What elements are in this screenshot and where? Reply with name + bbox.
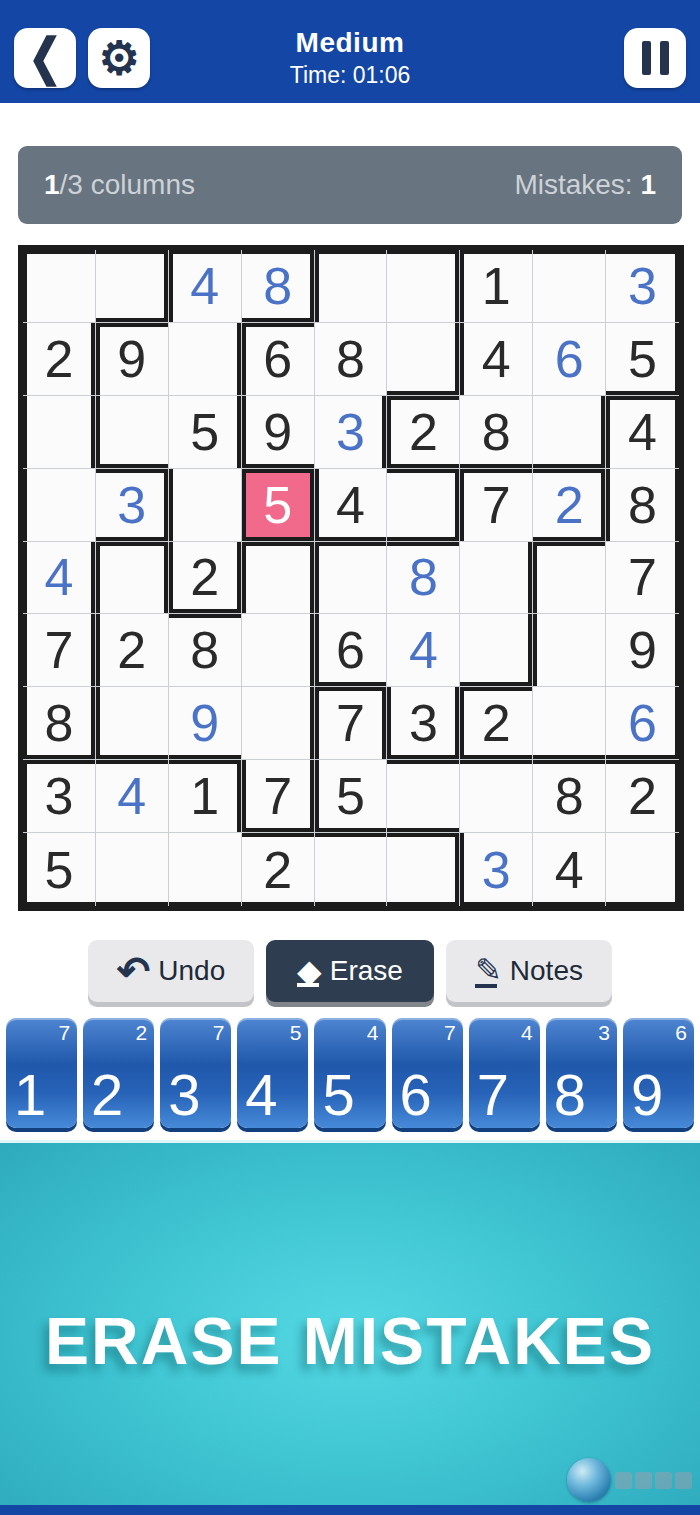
undo-button[interactable]: ↶ Undo bbox=[88, 940, 254, 1002]
cell-r9c2[interactable] bbox=[96, 833, 169, 906]
cell-r9c4[interactable]: 2 bbox=[242, 833, 315, 906]
cell-r9c3[interactable] bbox=[169, 833, 242, 906]
cell-r5c9[interactable]: 7 bbox=[606, 542, 679, 615]
cell-r4c1[interactable] bbox=[23, 469, 96, 542]
cell-r8c3[interactable]: 1 bbox=[169, 760, 242, 833]
cell-r7c5[interactable]: 7 bbox=[315, 687, 388, 760]
cell-r5c4[interactable] bbox=[242, 542, 315, 615]
globe-icon bbox=[567, 1458, 611, 1502]
numpad-key-8[interactable]: 83 bbox=[546, 1018, 617, 1128]
cell-r1c4[interactable]: 8 bbox=[242, 250, 315, 323]
cell-r6c5[interactable]: 6 bbox=[315, 614, 388, 687]
cell-r5c2[interactable] bbox=[96, 542, 169, 615]
timer-label: Time: 01:06 bbox=[0, 62, 700, 89]
undo-label: Undo bbox=[158, 955, 225, 987]
cell-r7c2[interactable] bbox=[96, 687, 169, 760]
cell-r1c1[interactable] bbox=[23, 250, 96, 323]
numpad-key-4[interactable]: 45 bbox=[237, 1018, 308, 1128]
bottom-strip bbox=[0, 1505, 700, 1515]
cell-r8c8[interactable]: 8 bbox=[533, 760, 606, 833]
cell-r4c5[interactable]: 4 bbox=[315, 469, 388, 542]
key-remaining-count: 7 bbox=[444, 1021, 456, 1045]
cell-r3c7[interactable]: 8 bbox=[460, 396, 533, 469]
cell-r6c2[interactable]: 2 bbox=[96, 614, 169, 687]
cell-r8c6[interactable] bbox=[387, 760, 460, 833]
key-digit: 5 bbox=[322, 1061, 354, 1128]
cell-r9c9[interactable] bbox=[606, 833, 679, 906]
cell-r8c2[interactable]: 4 bbox=[96, 760, 169, 833]
cell-r6c4[interactable] bbox=[242, 614, 315, 687]
cell-r6c1[interactable]: 7 bbox=[23, 614, 96, 687]
cell-r6c3[interactable]: 8 bbox=[169, 614, 242, 687]
notes-label: Notes bbox=[510, 955, 583, 987]
cell-r4c8[interactable]: 2 bbox=[533, 469, 606, 542]
cell-r9c7[interactable]: 3 bbox=[460, 833, 533, 906]
cell-r5c7[interactable] bbox=[460, 542, 533, 615]
numpad-key-3[interactable]: 37 bbox=[160, 1018, 231, 1128]
cell-r7c3[interactable]: 9 bbox=[169, 687, 242, 760]
difficulty-title: Medium bbox=[0, 27, 700, 59]
key-digit: 2 bbox=[91, 1061, 123, 1128]
cell-r5c1[interactable]: 4 bbox=[23, 542, 96, 615]
numpad-key-7[interactable]: 74 bbox=[469, 1018, 540, 1128]
cell-r4c9[interactable]: 8 bbox=[606, 469, 679, 542]
key-digit: 1 bbox=[14, 1061, 46, 1128]
cell-r2c4[interactable]: 6 bbox=[242, 323, 315, 396]
cell-r2c3[interactable] bbox=[169, 323, 242, 396]
cell-r9c1[interactable]: 5 bbox=[23, 833, 96, 906]
cell-r2c6[interactable] bbox=[387, 323, 460, 396]
cell-r2c1[interactable]: 2 bbox=[23, 323, 96, 396]
numpad-key-2[interactable]: 22 bbox=[83, 1018, 154, 1128]
cell-r7c1[interactable]: 8 bbox=[23, 687, 96, 760]
cell-r7c8[interactable] bbox=[533, 687, 606, 760]
watermark bbox=[567, 1458, 692, 1502]
key-remaining-count: 4 bbox=[367, 1021, 379, 1045]
cell-r4c6[interactable] bbox=[387, 469, 460, 542]
key-remaining-count: 5 bbox=[290, 1021, 302, 1045]
cell-r8c1[interactable]: 3 bbox=[23, 760, 96, 833]
erase-button[interactable]: ◆ Erase bbox=[266, 940, 434, 1002]
key-digit: 8 bbox=[554, 1061, 586, 1128]
key-digit: 4 bbox=[245, 1061, 277, 1128]
cell-r7c9[interactable]: 6 bbox=[606, 687, 679, 760]
erase-label: Erase bbox=[330, 955, 403, 987]
key-digit: 7 bbox=[477, 1061, 509, 1128]
status-bar: 1/3 columns Mistakes: 1 bbox=[18, 146, 682, 224]
notes-button[interactable]: ✎ Notes bbox=[446, 940, 612, 1002]
cell-r2c2[interactable]: 9 bbox=[96, 323, 169, 396]
cell-r3c9[interactable]: 4 bbox=[606, 396, 679, 469]
cell-r3c1[interactable] bbox=[23, 396, 96, 469]
cell-r3c5[interactable]: 3 bbox=[315, 396, 388, 469]
pause-icon bbox=[642, 41, 669, 75]
ad-banner[interactable]: ERASE MISTAKES bbox=[0, 1140, 700, 1508]
cell-r3c3[interactable]: 5 bbox=[169, 396, 242, 469]
cell-r4c3[interactable] bbox=[169, 469, 242, 542]
cell-r2c9[interactable]: 5 bbox=[606, 323, 679, 396]
cell-r4c4[interactable]: 5 bbox=[242, 469, 315, 542]
key-digit: 6 bbox=[400, 1061, 432, 1128]
key-digit: 3 bbox=[168, 1061, 200, 1128]
cell-r9c5[interactable] bbox=[315, 833, 388, 906]
numpad-key-9[interactable]: 96 bbox=[623, 1018, 694, 1128]
cell-r1c5[interactable] bbox=[315, 250, 388, 323]
cell-r6c9[interactable]: 9 bbox=[606, 614, 679, 687]
numpad-key-6[interactable]: 67 bbox=[392, 1018, 463, 1128]
cell-r7c4[interactable] bbox=[242, 687, 315, 760]
eraser-icon: ◆ bbox=[297, 955, 322, 987]
cell-r8c9[interactable]: 2 bbox=[606, 760, 679, 833]
number-pad: 172237455467748396 bbox=[6, 1018, 694, 1128]
cell-r3c4[interactable]: 9 bbox=[242, 396, 315, 469]
cell-r3c2[interactable] bbox=[96, 396, 169, 469]
cell-r2c8[interactable]: 6 bbox=[533, 323, 606, 396]
pause-button[interactable] bbox=[624, 28, 686, 88]
cell-r2c7[interactable]: 4 bbox=[460, 323, 533, 396]
cell-r5c5[interactable] bbox=[315, 542, 388, 615]
cell-r2c5[interactable]: 8 bbox=[315, 323, 388, 396]
cell-r9c8[interactable]: 4 bbox=[533, 833, 606, 906]
key-remaining-count: 2 bbox=[136, 1021, 148, 1045]
cell-r8c4[interactable]: 7 bbox=[242, 760, 315, 833]
key-remaining-count: 7 bbox=[58, 1021, 70, 1045]
cell-r1c8[interactable] bbox=[533, 250, 606, 323]
progress-label: 1/3 columns bbox=[44, 169, 195, 201]
numpad-key-1[interactable]: 17 bbox=[6, 1018, 77, 1128]
key-remaining-count: 7 bbox=[213, 1021, 225, 1045]
key-remaining-count: 3 bbox=[598, 1021, 610, 1045]
cell-r4c2[interactable]: 3 bbox=[96, 469, 169, 542]
cell-r1c2[interactable] bbox=[96, 250, 169, 323]
cell-r5c3[interactable]: 2 bbox=[169, 542, 242, 615]
cell-r5c6[interactable]: 8 bbox=[387, 542, 460, 615]
key-remaining-count: 4 bbox=[521, 1021, 533, 1045]
cell-r6c6[interactable]: 4 bbox=[387, 614, 460, 687]
cell-r6c8[interactable] bbox=[533, 614, 606, 687]
mistakes-label: Mistakes: 1 bbox=[514, 169, 656, 201]
header-bar: ❮ ⚙ Medium Time: 01:06 bbox=[0, 0, 700, 103]
cell-r8c7[interactable] bbox=[460, 760, 533, 833]
cell-r4c7[interactable]: 7 bbox=[460, 469, 533, 542]
cell-r3c6[interactable]: 2 bbox=[387, 396, 460, 469]
undo-icon: ↶ bbox=[117, 951, 151, 991]
cell-r1c3[interactable]: 4 bbox=[169, 250, 242, 323]
cell-r8c5[interactable]: 5 bbox=[315, 760, 388, 833]
cell-r9c6[interactable] bbox=[387, 833, 460, 906]
cell-r3c8[interactable] bbox=[533, 396, 606, 469]
cell-r1c6[interactable] bbox=[387, 250, 460, 323]
pencil-icon: ✎ bbox=[475, 954, 502, 988]
sudoku-board: 4813296846559328435472842877286498973263… bbox=[18, 245, 684, 911]
cell-r5c8[interactable] bbox=[533, 542, 606, 615]
cell-r6c7[interactable] bbox=[460, 614, 533, 687]
numpad-key-5[interactable]: 54 bbox=[314, 1018, 385, 1128]
ad-banner-text: ERASE MISTAKES bbox=[0, 1303, 700, 1379]
key-digit: 9 bbox=[631, 1061, 663, 1128]
key-remaining-count: 6 bbox=[675, 1021, 687, 1045]
cell-r7c6[interactable]: 3 bbox=[387, 687, 460, 760]
cell-r7c7[interactable]: 2 bbox=[460, 687, 533, 760]
cell-r1c7[interactable]: 1 bbox=[460, 250, 533, 323]
cell-r1c9[interactable]: 3 bbox=[606, 250, 679, 323]
